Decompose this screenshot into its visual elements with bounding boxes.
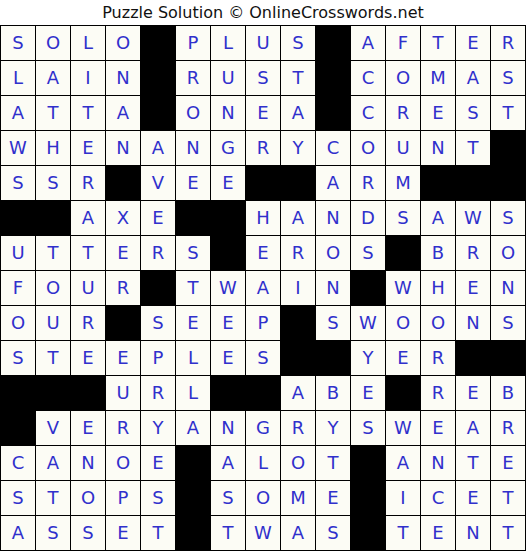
letter-cell-r1c2: O (36, 26, 70, 60)
letter-cell-r3c13: E (421, 96, 455, 130)
letter-cell-r9c15: S (491, 306, 525, 340)
letter-cell-r11c13: R (421, 376, 455, 410)
block-cell-r11c7 (211, 376, 245, 410)
block-cell-r14c11 (351, 481, 385, 515)
letter-cell-r2c9: T (281, 61, 315, 95)
letter-cell-r13c15: E (491, 446, 525, 480)
block-cell-r11c12 (386, 376, 420, 410)
letter-cell-r9c11: W (351, 306, 385, 340)
letter-cell-r6c11: D (351, 201, 385, 235)
letter-cell-r1c13: T (421, 26, 455, 60)
block-cell-r13c11 (351, 446, 385, 480)
letter-cell-r5c11: R (351, 166, 385, 200)
letter-cell-r10c5: P (141, 341, 175, 375)
letter-cell-r2c2: A (36, 61, 70, 95)
letter-cell-r7c8: E (246, 236, 280, 270)
letter-cell-r11c4: U (106, 376, 140, 410)
letter-cell-r9c5: S (141, 306, 175, 340)
letter-cell-r9c1: O (1, 306, 35, 340)
letter-cell-r8c7: W (211, 271, 245, 305)
block-cell-r10c14 (456, 341, 490, 375)
letter-cell-r2c15: S (491, 61, 525, 95)
block-cell-r6c6 (176, 201, 210, 235)
block-cell-r8c11 (351, 271, 385, 305)
block-cell-r10c9 (281, 341, 315, 375)
letter-cell-r11c11: E (351, 376, 385, 410)
letter-cell-r14c7: S (211, 481, 245, 515)
letter-cell-r1c15: R (491, 26, 525, 60)
letter-cell-r6c14: W (456, 201, 490, 235)
letter-cell-r13c5: E (141, 446, 175, 480)
block-cell-r4c15 (491, 131, 525, 165)
block-cell-r7c12 (386, 236, 420, 270)
letter-cell-r14c13: C (421, 481, 455, 515)
puzzle-solution-page: Puzzle Solution © OnlineCrosswords.net S… (0, 0, 526, 551)
letter-cell-r8c3: U (71, 271, 105, 305)
letter-cell-r12c15: R (491, 411, 525, 445)
block-cell-r3c5 (141, 96, 175, 130)
letter-cell-r7c4: E (106, 236, 140, 270)
letter-cell-r9c3: R (71, 306, 105, 340)
letter-cell-r5c2: S (36, 166, 70, 200)
letter-cell-r4c8: R (246, 131, 280, 165)
letter-cell-r14c8: O (246, 481, 280, 515)
letter-cell-r14c3: O (71, 481, 105, 515)
letter-cell-r12c7: N (211, 411, 245, 445)
letter-cell-r12c3: E (71, 411, 105, 445)
block-cell-r10c15 (491, 341, 525, 375)
letter-cell-r13c12: A (386, 446, 420, 480)
block-cell-r11c2 (36, 376, 70, 410)
block-cell-r5c9 (281, 166, 315, 200)
letter-cell-r3c11: C (351, 96, 385, 130)
letter-cell-r12c12: W (386, 411, 420, 445)
letter-cell-r2c4: N (106, 61, 140, 95)
letter-cell-r6c15: S (491, 201, 525, 235)
block-cell-r6c1 (1, 201, 35, 235)
letter-cell-r3c14: S (456, 96, 490, 130)
letter-cell-r7c5: R (141, 236, 175, 270)
page-header: Puzzle Solution © OnlineCrosswords.net (0, 0, 526, 25)
letter-cell-r4c10: C (316, 131, 350, 165)
letter-cell-r13c7: A (211, 446, 245, 480)
letter-cell-r9c6: E (176, 306, 210, 340)
block-cell-r5c15 (491, 166, 525, 200)
letter-cell-r10c12: E (386, 341, 420, 375)
letter-cell-r12c11: S (351, 411, 385, 445)
letter-cell-r6c5: E (141, 201, 175, 235)
letter-cell-r15c9: A (281, 516, 315, 550)
letter-cell-r9c8: P (246, 306, 280, 340)
letter-cell-r11c15: B (491, 376, 525, 410)
letter-cell-r1c12: F (386, 26, 420, 60)
letter-cell-r12c4: R (106, 411, 140, 445)
letter-cell-r2c12: O (386, 61, 420, 95)
letter-cell-r1c3: L (71, 26, 105, 60)
letter-cell-r10c3: E (71, 341, 105, 375)
letter-cell-r4c13: N (421, 131, 455, 165)
letter-cell-r10c13: R (421, 341, 455, 375)
letter-cell-r8c14: E (456, 271, 490, 305)
letter-cell-r15c5: T (141, 516, 175, 550)
letter-cell-r8c12: W (386, 271, 420, 305)
block-cell-r6c2 (36, 201, 70, 235)
block-cell-r9c4 (106, 306, 140, 340)
letter-cell-r13c9: O (281, 446, 315, 480)
letter-cell-r8c4: R (106, 271, 140, 305)
letter-cell-r2c7: U (211, 61, 245, 95)
letter-cell-r9c14: N (456, 306, 490, 340)
letter-cell-r15c10: S (316, 516, 350, 550)
letter-cell-r10c8: S (246, 341, 280, 375)
block-cell-r3c10 (316, 96, 350, 130)
letter-cell-r5c3: R (71, 166, 105, 200)
letter-cell-r3c4: A (106, 96, 140, 130)
letter-cell-r6c4: X (106, 201, 140, 235)
letter-cell-r8c13: H (421, 271, 455, 305)
letter-cell-r14c9: M (281, 481, 315, 515)
letter-cell-r8c1: F (1, 271, 35, 305)
letter-cell-r4c9: Y (281, 131, 315, 165)
letter-cell-r7c11: S (351, 236, 385, 270)
letter-cell-r7c10: O (316, 236, 350, 270)
letter-cell-r5c5: V (141, 166, 175, 200)
letter-cell-r6c12: S (386, 201, 420, 235)
letter-cell-r15c3: S (71, 516, 105, 550)
block-cell-r15c6 (176, 516, 210, 550)
block-cell-r11c8 (246, 376, 280, 410)
block-cell-r5c4 (106, 166, 140, 200)
letter-cell-r8c2: O (36, 271, 70, 305)
letter-cell-r3c12: R (386, 96, 420, 130)
letter-cell-r4c12: U (386, 131, 420, 165)
letter-cell-r10c1: S (1, 341, 35, 375)
letter-cell-r13c3: N (71, 446, 105, 480)
letter-cell-r14c2: T (36, 481, 70, 515)
letter-cell-r11c5: R (141, 376, 175, 410)
letter-cell-r1c9: S (281, 26, 315, 60)
block-cell-r12c1 (1, 411, 35, 445)
letter-cell-r1c7: L (211, 26, 245, 60)
block-cell-r9c9 (281, 306, 315, 340)
letter-cell-r3c9: A (281, 96, 315, 130)
letter-cell-r7c1: U (1, 236, 35, 270)
letter-cell-r13c14: T (456, 446, 490, 480)
letter-cell-r2c11: C (351, 61, 385, 95)
letter-cell-r14c10: E (316, 481, 350, 515)
block-cell-r13c6 (176, 446, 210, 480)
letter-cell-r1c1: S (1, 26, 35, 60)
letter-cell-r9c12: O (386, 306, 420, 340)
block-cell-r8c5 (141, 271, 175, 305)
letter-cell-r7c2: T (36, 236, 70, 270)
block-cell-r5c14 (456, 166, 490, 200)
letter-cell-r2c1: L (1, 61, 35, 95)
letter-cell-r7c15: O (491, 236, 525, 270)
letter-cell-r11c14: E (456, 376, 490, 410)
letter-cell-r3c15: T (491, 96, 525, 130)
letter-cell-r5c7: E (211, 166, 245, 200)
letter-cell-r6c10: N (316, 201, 350, 235)
block-cell-r10c10 (316, 341, 350, 375)
letter-cell-r14c1: S (1, 481, 35, 515)
letter-cell-r4c7: G (211, 131, 245, 165)
letter-cell-r15c14: N (456, 516, 490, 550)
letter-cell-r15c1: A (1, 516, 35, 550)
letter-cell-r1c11: A (351, 26, 385, 60)
block-cell-r6c7 (211, 201, 245, 235)
letter-cell-r9c13: O (421, 306, 455, 340)
letter-cell-r12c8: G (246, 411, 280, 445)
letter-cell-r2c3: I (71, 61, 105, 95)
letter-cell-r3c2: T (36, 96, 70, 130)
letter-cell-r7c14: R (456, 236, 490, 270)
letter-cell-r9c2: U (36, 306, 70, 340)
letter-cell-r2c14: A (456, 61, 490, 95)
letter-cell-r8c9: I (281, 271, 315, 305)
letter-cell-r9c7: E (211, 306, 245, 340)
letter-cell-r12c2: V (36, 411, 70, 445)
letter-cell-r15c13: E (421, 516, 455, 550)
letter-cell-r12c9: R (281, 411, 315, 445)
letter-cell-r4c3: E (71, 131, 105, 165)
block-cell-r11c3 (71, 376, 105, 410)
letter-cell-r10c11: Y (351, 341, 385, 375)
letter-cell-r14c12: I (386, 481, 420, 515)
letter-cell-r4c4: N (106, 131, 140, 165)
letter-cell-r6c8: H (246, 201, 280, 235)
page-title: Puzzle Solution © OnlineCrosswords.net (102, 3, 424, 22)
letter-cell-r4c14: T (456, 131, 490, 165)
letter-cell-r15c12: T (386, 516, 420, 550)
letter-cell-r4c2: H (36, 131, 70, 165)
block-cell-r5c8 (246, 166, 280, 200)
letter-cell-r13c13: N (421, 446, 455, 480)
letter-cell-r5c1: S (1, 166, 35, 200)
letter-cell-r6c3: A (71, 201, 105, 235)
letter-cell-r5c10: A (316, 166, 350, 200)
letter-cell-r14c15: T (491, 481, 525, 515)
block-cell-r2c10 (316, 61, 350, 95)
letter-cell-r3c3: T (71, 96, 105, 130)
letter-cell-r5c6: E (176, 166, 210, 200)
letter-cell-r10c2: T (36, 341, 70, 375)
letter-cell-r4c1: W (1, 131, 35, 165)
letter-cell-r15c2: S (36, 516, 70, 550)
letter-cell-r1c4: O (106, 26, 140, 60)
letter-cell-r7c3: T (71, 236, 105, 270)
letter-cell-r7c13: B (421, 236, 455, 270)
letter-cell-r4c6: N (176, 131, 210, 165)
letter-cell-r2c8: S (246, 61, 280, 95)
letter-cell-r3c1: A (1, 96, 35, 130)
letter-cell-r13c8: L (246, 446, 280, 480)
letter-cell-r14c4: P (106, 481, 140, 515)
letter-cell-r12c13: E (421, 411, 455, 445)
letter-cell-r12c5: Y (141, 411, 175, 445)
letter-cell-r1c6: P (176, 26, 210, 60)
letter-cell-r8c6: T (176, 271, 210, 305)
letter-cell-r12c6: A (176, 411, 210, 445)
block-cell-r5c13 (421, 166, 455, 200)
letter-cell-r13c1: C (1, 446, 35, 480)
letter-cell-r4c11: O (351, 131, 385, 165)
letter-cell-r2c6: R (176, 61, 210, 95)
letter-cell-r14c5: S (141, 481, 175, 515)
letter-cell-r15c8: W (246, 516, 280, 550)
block-cell-r2c5 (141, 61, 175, 95)
block-cell-r7c7 (211, 236, 245, 270)
letter-cell-r5c12: M (386, 166, 420, 200)
letter-cell-r6c9: A (281, 201, 315, 235)
letter-cell-r6c13: A (421, 201, 455, 235)
letter-cell-r11c9: A (281, 376, 315, 410)
letter-cell-r7c6: S (176, 236, 210, 270)
block-cell-r14c6 (176, 481, 210, 515)
letter-cell-r7c9: R (281, 236, 315, 270)
letter-cell-r8c8: A (246, 271, 280, 305)
block-cell-r11c1 (1, 376, 35, 410)
letter-cell-r1c8: U (246, 26, 280, 60)
letter-cell-r3c8: E (246, 96, 280, 130)
letter-cell-r13c10: T (316, 446, 350, 480)
letter-cell-r11c6: L (176, 376, 210, 410)
block-cell-r15c11 (351, 516, 385, 550)
letter-cell-r9c10: S (316, 306, 350, 340)
letter-cell-r8c15: N (491, 271, 525, 305)
block-cell-r1c5 (141, 26, 175, 60)
letter-cell-r3c7: N (211, 96, 245, 130)
letter-cell-r15c4: E (106, 516, 140, 550)
letter-cell-r2c13: M (421, 61, 455, 95)
letter-cell-r15c7: T (211, 516, 245, 550)
letter-cell-r11c10: B (316, 376, 350, 410)
letter-cell-r14c14: E (456, 481, 490, 515)
letter-cell-r13c4: O (106, 446, 140, 480)
letter-cell-r4c5: A (141, 131, 175, 165)
letter-cell-r8c10: N (316, 271, 350, 305)
letter-cell-r10c7: E (211, 341, 245, 375)
letter-cell-r13c2: A (36, 446, 70, 480)
letter-cell-r3c6: O (176, 96, 210, 130)
letter-cell-r15c15: T (491, 516, 525, 550)
letter-cell-r10c4: E (106, 341, 140, 375)
letter-cell-r12c14: A (456, 411, 490, 445)
letter-cell-r12c10: Y (316, 411, 350, 445)
crossword-board: SOLOPLUSAFTERLAINRUSTCOMASATTAONEACRESTW… (0, 25, 526, 551)
letter-cell-r1c14: E (456, 26, 490, 60)
letter-cell-r10c6: L (176, 341, 210, 375)
block-cell-r1c10 (316, 26, 350, 60)
